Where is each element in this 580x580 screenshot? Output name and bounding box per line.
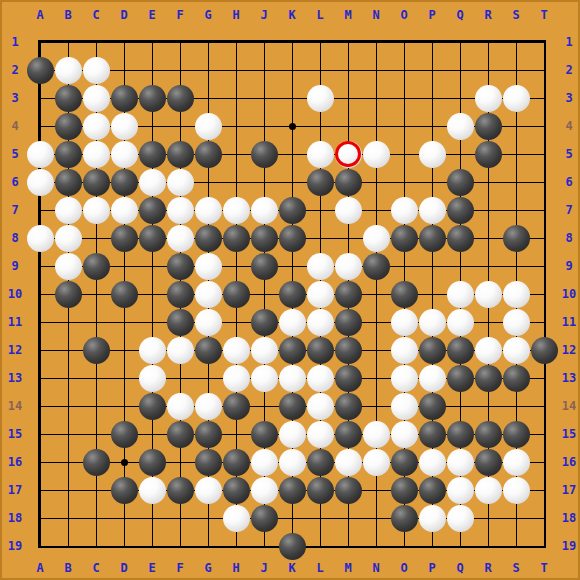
intersection-B18[interactable] bbox=[54, 504, 82, 532]
intersection-K7[interactable] bbox=[278, 196, 306, 224]
intersection-D9[interactable] bbox=[110, 252, 138, 280]
intersection-F12[interactable] bbox=[166, 336, 194, 364]
intersection-M14[interactable] bbox=[334, 392, 362, 420]
intersection-M12[interactable] bbox=[334, 336, 362, 364]
intersection-L1[interactable] bbox=[306, 28, 334, 56]
intersection-D3[interactable] bbox=[110, 84, 138, 112]
intersection-R4[interactable] bbox=[474, 112, 502, 140]
intersection-S10[interactable] bbox=[502, 280, 530, 308]
intersection-D17[interactable] bbox=[110, 476, 138, 504]
intersection-D11[interactable] bbox=[110, 308, 138, 336]
intersection-T10[interactable] bbox=[530, 280, 558, 308]
intersection-T9[interactable] bbox=[530, 252, 558, 280]
intersection-T15[interactable] bbox=[530, 420, 558, 448]
intersection-N1[interactable] bbox=[362, 28, 390, 56]
intersection-C15[interactable] bbox=[82, 420, 110, 448]
intersection-S11[interactable] bbox=[502, 308, 530, 336]
intersection-T13[interactable] bbox=[530, 364, 558, 392]
intersection-G17[interactable] bbox=[194, 476, 222, 504]
intersection-M6[interactable] bbox=[334, 168, 362, 196]
intersection-M16[interactable] bbox=[334, 448, 362, 476]
intersection-O3[interactable] bbox=[390, 84, 418, 112]
intersection-O14[interactable] bbox=[390, 392, 418, 420]
intersection-N15[interactable] bbox=[362, 420, 390, 448]
intersection-T12[interactable] bbox=[530, 336, 558, 364]
intersection-Q18[interactable] bbox=[446, 504, 474, 532]
intersection-O1[interactable] bbox=[390, 28, 418, 56]
intersection-L6[interactable] bbox=[306, 168, 334, 196]
intersection-G4[interactable] bbox=[194, 112, 222, 140]
intersection-T7[interactable] bbox=[530, 196, 558, 224]
intersection-E5[interactable] bbox=[138, 140, 166, 168]
intersection-O10[interactable] bbox=[390, 280, 418, 308]
intersection-T1[interactable] bbox=[530, 28, 558, 56]
intersection-P8[interactable] bbox=[418, 224, 446, 252]
intersection-N18[interactable] bbox=[362, 504, 390, 532]
intersection-G2[interactable] bbox=[194, 56, 222, 84]
intersection-O15[interactable] bbox=[390, 420, 418, 448]
intersection-J5[interactable] bbox=[250, 140, 278, 168]
intersection-J13[interactable] bbox=[250, 364, 278, 392]
intersection-O5[interactable] bbox=[390, 140, 418, 168]
intersection-L3[interactable] bbox=[306, 84, 334, 112]
intersection-Q2[interactable] bbox=[446, 56, 474, 84]
intersection-M11[interactable] bbox=[334, 308, 362, 336]
intersection-O6[interactable] bbox=[390, 168, 418, 196]
intersection-Q6[interactable] bbox=[446, 168, 474, 196]
intersection-R17[interactable] bbox=[474, 476, 502, 504]
intersection-O7[interactable] bbox=[390, 196, 418, 224]
intersection-K13[interactable] bbox=[278, 364, 306, 392]
intersection-B17[interactable] bbox=[54, 476, 82, 504]
intersection-L9[interactable] bbox=[306, 252, 334, 280]
intersection-P14[interactable] bbox=[418, 392, 446, 420]
intersection-Q11[interactable] bbox=[446, 308, 474, 336]
intersection-D8[interactable] bbox=[110, 224, 138, 252]
intersection-M8[interactable] bbox=[334, 224, 362, 252]
intersection-D5[interactable] bbox=[110, 140, 138, 168]
intersection-R9[interactable] bbox=[474, 252, 502, 280]
intersection-J4[interactable] bbox=[250, 112, 278, 140]
intersection-D18[interactable] bbox=[110, 504, 138, 532]
intersection-N14[interactable] bbox=[362, 392, 390, 420]
intersection-K10[interactable] bbox=[278, 280, 306, 308]
intersection-K2[interactable] bbox=[278, 56, 306, 84]
intersection-B12[interactable] bbox=[54, 336, 82, 364]
intersection-G1[interactable] bbox=[194, 28, 222, 56]
intersection-N12[interactable] bbox=[362, 336, 390, 364]
intersection-E15[interactable] bbox=[138, 420, 166, 448]
intersection-R3[interactable] bbox=[474, 84, 502, 112]
intersection-L12[interactable] bbox=[306, 336, 334, 364]
intersection-Q17[interactable] bbox=[446, 476, 474, 504]
intersection-J11[interactable] bbox=[250, 308, 278, 336]
intersection-G9[interactable] bbox=[194, 252, 222, 280]
intersection-Q5[interactable] bbox=[446, 140, 474, 168]
intersection-O9[interactable] bbox=[390, 252, 418, 280]
intersection-E2[interactable] bbox=[138, 56, 166, 84]
intersection-K9[interactable] bbox=[278, 252, 306, 280]
intersection-N11[interactable] bbox=[362, 308, 390, 336]
intersection-A18[interactable] bbox=[26, 504, 54, 532]
intersection-N6[interactable] bbox=[362, 168, 390, 196]
intersection-A2[interactable] bbox=[26, 56, 54, 84]
intersection-B15[interactable] bbox=[54, 420, 82, 448]
intersection-H11[interactable] bbox=[222, 308, 250, 336]
intersection-O17[interactable] bbox=[390, 476, 418, 504]
intersection-F7[interactable] bbox=[166, 196, 194, 224]
intersection-N10[interactable] bbox=[362, 280, 390, 308]
intersection-J9[interactable] bbox=[250, 252, 278, 280]
intersection-H2[interactable] bbox=[222, 56, 250, 84]
intersection-Q12[interactable] bbox=[446, 336, 474, 364]
intersection-Q10[interactable] bbox=[446, 280, 474, 308]
intersection-A16[interactable] bbox=[26, 448, 54, 476]
intersection-M3[interactable] bbox=[334, 84, 362, 112]
intersection-R11[interactable] bbox=[474, 308, 502, 336]
intersection-E11[interactable] bbox=[138, 308, 166, 336]
intersection-H6[interactable] bbox=[222, 168, 250, 196]
intersection-Q13[interactable] bbox=[446, 364, 474, 392]
intersection-T11[interactable] bbox=[530, 308, 558, 336]
intersection-C16[interactable] bbox=[82, 448, 110, 476]
intersection-R14[interactable] bbox=[474, 392, 502, 420]
intersection-G5[interactable] bbox=[194, 140, 222, 168]
intersection-H13[interactable] bbox=[222, 364, 250, 392]
intersection-R2[interactable] bbox=[474, 56, 502, 84]
intersection-O11[interactable] bbox=[390, 308, 418, 336]
intersection-F6[interactable] bbox=[166, 168, 194, 196]
intersection-L5[interactable] bbox=[306, 140, 334, 168]
intersection-A10[interactable] bbox=[26, 280, 54, 308]
intersection-T4[interactable] bbox=[530, 112, 558, 140]
intersection-H15[interactable] bbox=[222, 420, 250, 448]
intersection-G11[interactable] bbox=[194, 308, 222, 336]
intersection-F2[interactable] bbox=[166, 56, 194, 84]
intersection-M7[interactable] bbox=[334, 196, 362, 224]
intersection-R18[interactable] bbox=[474, 504, 502, 532]
intersection-B5[interactable] bbox=[54, 140, 82, 168]
intersection-B13[interactable] bbox=[54, 364, 82, 392]
intersection-H1[interactable] bbox=[222, 28, 250, 56]
intersection-D7[interactable] bbox=[110, 196, 138, 224]
intersection-P10[interactable] bbox=[418, 280, 446, 308]
intersection-C11[interactable] bbox=[82, 308, 110, 336]
intersection-K17[interactable] bbox=[278, 476, 306, 504]
intersection-B4[interactable] bbox=[54, 112, 82, 140]
intersection-L11[interactable] bbox=[306, 308, 334, 336]
intersection-C1[interactable] bbox=[82, 28, 110, 56]
intersection-L18[interactable] bbox=[306, 504, 334, 532]
intersection-Q1[interactable] bbox=[446, 28, 474, 56]
intersection-H3[interactable] bbox=[222, 84, 250, 112]
intersection-L8[interactable] bbox=[306, 224, 334, 252]
intersection-A4[interactable] bbox=[26, 112, 54, 140]
intersection-H9[interactable] bbox=[222, 252, 250, 280]
intersection-D6[interactable] bbox=[110, 168, 138, 196]
intersection-E8[interactable] bbox=[138, 224, 166, 252]
intersection-P5[interactable] bbox=[418, 140, 446, 168]
intersection-S8[interactable] bbox=[502, 224, 530, 252]
intersection-B11[interactable] bbox=[54, 308, 82, 336]
intersection-G3[interactable] bbox=[194, 84, 222, 112]
intersection-F10[interactable] bbox=[166, 280, 194, 308]
intersection-F3[interactable] bbox=[166, 84, 194, 112]
intersection-C8[interactable] bbox=[82, 224, 110, 252]
intersection-L4[interactable] bbox=[306, 112, 334, 140]
intersection-F14[interactable] bbox=[166, 392, 194, 420]
intersection-S5[interactable] bbox=[502, 140, 530, 168]
intersection-M18[interactable] bbox=[334, 504, 362, 532]
intersection-C13[interactable] bbox=[82, 364, 110, 392]
intersection-P4[interactable] bbox=[418, 112, 446, 140]
intersection-Q4[interactable] bbox=[446, 112, 474, 140]
intersection-D1[interactable] bbox=[110, 28, 138, 56]
intersection-T18[interactable] bbox=[530, 504, 558, 532]
intersection-E14[interactable] bbox=[138, 392, 166, 420]
intersection-D14[interactable] bbox=[110, 392, 138, 420]
intersection-S18[interactable] bbox=[502, 504, 530, 532]
intersection-R10[interactable] bbox=[474, 280, 502, 308]
intersection-C14[interactable] bbox=[82, 392, 110, 420]
intersection-M10[interactable] bbox=[334, 280, 362, 308]
intersection-D2[interactable] bbox=[110, 56, 138, 84]
intersection-E1[interactable] bbox=[138, 28, 166, 56]
intersection-B7[interactable] bbox=[54, 196, 82, 224]
intersection-D4[interactable] bbox=[110, 112, 138, 140]
intersection-R8[interactable] bbox=[474, 224, 502, 252]
intersection-S16[interactable] bbox=[502, 448, 530, 476]
intersection-J10[interactable] bbox=[250, 280, 278, 308]
intersection-J14[interactable] bbox=[250, 392, 278, 420]
intersection-S2[interactable] bbox=[502, 56, 530, 84]
intersection-F18[interactable] bbox=[166, 504, 194, 532]
intersection-F1[interactable] bbox=[166, 28, 194, 56]
intersection-J7[interactable] bbox=[250, 196, 278, 224]
intersection-K6[interactable] bbox=[278, 168, 306, 196]
intersection-K18[interactable] bbox=[278, 504, 306, 532]
intersection-E9[interactable] bbox=[138, 252, 166, 280]
intersection-H10[interactable] bbox=[222, 280, 250, 308]
intersection-M4[interactable] bbox=[334, 112, 362, 140]
intersection-J3[interactable] bbox=[250, 84, 278, 112]
intersection-G15[interactable] bbox=[194, 420, 222, 448]
intersection-G14[interactable] bbox=[194, 392, 222, 420]
intersection-H12[interactable] bbox=[222, 336, 250, 364]
intersection-P3[interactable] bbox=[418, 84, 446, 112]
intersection-C3[interactable] bbox=[82, 84, 110, 112]
intersection-C5[interactable] bbox=[82, 140, 110, 168]
intersection-T16[interactable] bbox=[530, 448, 558, 476]
intersection-F17[interactable] bbox=[166, 476, 194, 504]
intersection-K15[interactable] bbox=[278, 420, 306, 448]
intersection-D10[interactable] bbox=[110, 280, 138, 308]
intersection-G13[interactable] bbox=[194, 364, 222, 392]
intersection-K4[interactable] bbox=[278, 112, 306, 140]
intersection-M9[interactable] bbox=[334, 252, 362, 280]
intersection-M2[interactable] bbox=[334, 56, 362, 84]
intersection-S12[interactable] bbox=[502, 336, 530, 364]
intersection-Q7[interactable] bbox=[446, 196, 474, 224]
intersection-Q14[interactable] bbox=[446, 392, 474, 420]
intersection-R5[interactable] bbox=[474, 140, 502, 168]
intersection-R1[interactable] bbox=[474, 28, 502, 56]
intersection-P13[interactable] bbox=[418, 364, 446, 392]
intersection-A6[interactable] bbox=[26, 168, 54, 196]
intersection-J16[interactable] bbox=[250, 448, 278, 476]
intersection-P9[interactable] bbox=[418, 252, 446, 280]
intersection-J18[interactable] bbox=[250, 504, 278, 532]
intersection-G7[interactable] bbox=[194, 196, 222, 224]
intersection-N8[interactable] bbox=[362, 224, 390, 252]
intersection-T2[interactable] bbox=[530, 56, 558, 84]
intersection-G18[interactable] bbox=[194, 504, 222, 532]
intersection-A13[interactable] bbox=[26, 364, 54, 392]
intersection-H18[interactable] bbox=[222, 504, 250, 532]
intersection-C17[interactable] bbox=[82, 476, 110, 504]
intersection-B9[interactable] bbox=[54, 252, 82, 280]
intersection-O13[interactable] bbox=[390, 364, 418, 392]
intersection-K16[interactable] bbox=[278, 448, 306, 476]
intersection-N2[interactable] bbox=[362, 56, 390, 84]
intersection-F8[interactable] bbox=[166, 224, 194, 252]
intersection-M15[interactable] bbox=[334, 420, 362, 448]
intersection-H5[interactable] bbox=[222, 140, 250, 168]
intersection-H4[interactable] bbox=[222, 112, 250, 140]
intersection-H14[interactable] bbox=[222, 392, 250, 420]
intersection-E13[interactable] bbox=[138, 364, 166, 392]
intersection-N4[interactable] bbox=[362, 112, 390, 140]
intersection-G16[interactable] bbox=[194, 448, 222, 476]
intersection-F9[interactable] bbox=[166, 252, 194, 280]
intersection-M17[interactable] bbox=[334, 476, 362, 504]
intersection-H17[interactable] bbox=[222, 476, 250, 504]
intersection-N16[interactable] bbox=[362, 448, 390, 476]
intersection-P16[interactable] bbox=[418, 448, 446, 476]
intersection-A9[interactable] bbox=[26, 252, 54, 280]
intersection-S13[interactable] bbox=[502, 364, 530, 392]
intersection-E12[interactable] bbox=[138, 336, 166, 364]
intersection-A11[interactable] bbox=[26, 308, 54, 336]
intersection-D12[interactable] bbox=[110, 336, 138, 364]
intersection-R13[interactable] bbox=[474, 364, 502, 392]
intersection-P1[interactable] bbox=[418, 28, 446, 56]
intersection-Q3[interactable] bbox=[446, 84, 474, 112]
intersection-O16[interactable] bbox=[390, 448, 418, 476]
intersection-A12[interactable] bbox=[26, 336, 54, 364]
intersection-K12[interactable] bbox=[278, 336, 306, 364]
intersection-E16[interactable] bbox=[138, 448, 166, 476]
intersection-L2[interactable] bbox=[306, 56, 334, 84]
intersection-K1[interactable] bbox=[278, 28, 306, 56]
intersection-P6[interactable] bbox=[418, 168, 446, 196]
intersection-C12[interactable] bbox=[82, 336, 110, 364]
intersection-N13[interactable] bbox=[362, 364, 390, 392]
intersection-C4[interactable] bbox=[82, 112, 110, 140]
intersection-R6[interactable] bbox=[474, 168, 502, 196]
intersection-J2[interactable] bbox=[250, 56, 278, 84]
intersection-J17[interactable] bbox=[250, 476, 278, 504]
intersection-C7[interactable] bbox=[82, 196, 110, 224]
intersection-O8[interactable] bbox=[390, 224, 418, 252]
intersection-P7[interactable] bbox=[418, 196, 446, 224]
intersection-O18[interactable] bbox=[390, 504, 418, 532]
intersection-K3[interactable] bbox=[278, 84, 306, 112]
intersection-M1[interactable] bbox=[334, 28, 362, 56]
intersection-A3[interactable] bbox=[26, 84, 54, 112]
intersection-R12[interactable] bbox=[474, 336, 502, 364]
intersection-S4[interactable] bbox=[502, 112, 530, 140]
intersection-L15[interactable] bbox=[306, 420, 334, 448]
intersection-L10[interactable] bbox=[306, 280, 334, 308]
intersection-Q15[interactable] bbox=[446, 420, 474, 448]
intersection-J12[interactable] bbox=[250, 336, 278, 364]
intersection-N7[interactable] bbox=[362, 196, 390, 224]
intersection-K14[interactable] bbox=[278, 392, 306, 420]
intersection-C2[interactable] bbox=[82, 56, 110, 84]
intersection-E18[interactable] bbox=[138, 504, 166, 532]
intersection-P17[interactable] bbox=[418, 476, 446, 504]
intersection-B8[interactable] bbox=[54, 224, 82, 252]
intersection-F4[interactable] bbox=[166, 112, 194, 140]
intersection-B6[interactable] bbox=[54, 168, 82, 196]
intersection-G6[interactable] bbox=[194, 168, 222, 196]
intersection-O2[interactable] bbox=[390, 56, 418, 84]
intersection-L7[interactable] bbox=[306, 196, 334, 224]
intersection-S1[interactable] bbox=[502, 28, 530, 56]
intersection-N3[interactable] bbox=[362, 84, 390, 112]
intersection-S6[interactable] bbox=[502, 168, 530, 196]
intersection-F11[interactable] bbox=[166, 308, 194, 336]
intersection-C9[interactable] bbox=[82, 252, 110, 280]
intersection-A7[interactable] bbox=[26, 196, 54, 224]
intersection-S9[interactable] bbox=[502, 252, 530, 280]
intersection-H7[interactable] bbox=[222, 196, 250, 224]
intersection-S3[interactable] bbox=[502, 84, 530, 112]
intersection-F13[interactable] bbox=[166, 364, 194, 392]
intersection-E6[interactable] bbox=[138, 168, 166, 196]
intersection-B16[interactable] bbox=[54, 448, 82, 476]
intersection-E17[interactable] bbox=[138, 476, 166, 504]
intersection-P11[interactable] bbox=[418, 308, 446, 336]
intersection-A17[interactable] bbox=[26, 476, 54, 504]
intersection-F15[interactable] bbox=[166, 420, 194, 448]
intersection-O12[interactable] bbox=[390, 336, 418, 364]
intersection-E10[interactable] bbox=[138, 280, 166, 308]
intersection-F5[interactable] bbox=[166, 140, 194, 168]
intersection-T8[interactable] bbox=[530, 224, 558, 252]
intersection-F16[interactable] bbox=[166, 448, 194, 476]
intersection-A15[interactable] bbox=[26, 420, 54, 448]
intersection-L17[interactable] bbox=[306, 476, 334, 504]
intersection-D13[interactable] bbox=[110, 364, 138, 392]
intersection-L13[interactable] bbox=[306, 364, 334, 392]
intersection-S15[interactable] bbox=[502, 420, 530, 448]
intersection-B10[interactable] bbox=[54, 280, 82, 308]
intersection-C10[interactable] bbox=[82, 280, 110, 308]
intersection-H8[interactable] bbox=[222, 224, 250, 252]
intersection-S17[interactable] bbox=[502, 476, 530, 504]
intersection-B3[interactable] bbox=[54, 84, 82, 112]
intersection-J15[interactable] bbox=[250, 420, 278, 448]
intersection-G10[interactable] bbox=[194, 280, 222, 308]
intersection-P18[interactable] bbox=[418, 504, 446, 532]
intersection-K8[interactable] bbox=[278, 224, 306, 252]
intersection-P12[interactable] bbox=[418, 336, 446, 364]
intersection-T3[interactable] bbox=[530, 84, 558, 112]
intersection-Q8[interactable] bbox=[446, 224, 474, 252]
intersection-O4[interactable] bbox=[390, 112, 418, 140]
